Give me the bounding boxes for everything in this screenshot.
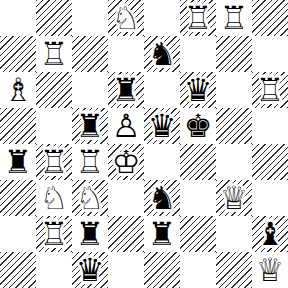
square-d5[interactable]: ♟♙ — [108, 108, 144, 144]
chess-board: ♞♘♜♖♜♖♜♖♞♞♝♗♜♜♛♛♜♖♜♜♟♙♛♛♚♚♜♜♜♖♜♖♚♔♞♘♞♘♞♞… — [0, 0, 288, 288]
piece-white-backing: ♚ — [180, 108, 216, 144]
piece-white-backing: ♜ — [36, 144, 72, 180]
piece-white-backing: ♝ — [252, 216, 288, 252]
piece-white-backing: ♜ — [252, 72, 288, 108]
square-a2[interactable] — [0, 216, 36, 252]
white-knight-icon: ♘ — [108, 0, 144, 36]
square-f2[interactable] — [180, 216, 216, 252]
piece-white-backing: ♚ — [108, 144, 144, 180]
piece-white-backing: ♛ — [72, 252, 108, 288]
square-f4[interactable] — [180, 144, 216, 180]
piece-white-backing: ♞ — [144, 36, 180, 72]
black-rook-icon: ♜ — [72, 216, 108, 252]
square-e4[interactable] — [144, 144, 180, 180]
black-knight-icon: ♞ — [144, 180, 180, 216]
square-c5[interactable]: ♜♜ — [72, 108, 108, 144]
square-d4[interactable]: ♚♔ — [108, 144, 144, 180]
piece-white-backing: ♜ — [72, 144, 108, 180]
white-rook-icon: ♖ — [36, 216, 72, 252]
white-queen-icon: ♕ — [252, 252, 288, 288]
piece-white-backing: ♜ — [36, 216, 72, 252]
square-e8[interactable] — [144, 0, 180, 36]
white-knight-icon: ♘ — [72, 180, 108, 216]
square-f8[interactable]: ♜♖ — [180, 0, 216, 36]
black-bishop-icon: ♝ — [252, 216, 288, 252]
piece-white-backing: ♞ — [108, 0, 144, 36]
square-c3[interactable]: ♞♘ — [72, 180, 108, 216]
square-b8[interactable] — [36, 0, 72, 36]
piece-white-backing: ♞ — [36, 180, 72, 216]
square-b7[interactable]: ♜♖ — [36, 36, 72, 72]
square-d7[interactable] — [108, 36, 144, 72]
piece-white-backing: ♛ — [180, 72, 216, 108]
black-knight-icon: ♞ — [144, 36, 180, 72]
black-rook-icon: ♜ — [108, 72, 144, 108]
piece-white-backing: ♜ — [108, 72, 144, 108]
square-g8[interactable]: ♜♖ — [216, 0, 252, 36]
piece-white-backing: ♜ — [216, 0, 252, 36]
square-h8[interactable] — [252, 0, 288, 36]
white-rook-icon: ♖ — [252, 72, 288, 108]
square-b3[interactable]: ♞♘ — [36, 180, 72, 216]
square-c2[interactable]: ♜♜ — [72, 216, 108, 252]
square-c1[interactable]: ♛♛ — [72, 252, 108, 288]
square-h7[interactable] — [252, 36, 288, 72]
square-b4[interactable]: ♜♖ — [36, 144, 72, 180]
square-d3[interactable] — [108, 180, 144, 216]
square-e2[interactable]: ♜♜ — [144, 216, 180, 252]
black-queen-icon: ♛ — [72, 252, 108, 288]
black-rook-icon: ♜ — [0, 144, 36, 180]
square-g1[interactable] — [216, 252, 252, 288]
piece-white-backing: ♛ — [252, 252, 288, 288]
black-king-icon: ♚ — [180, 108, 216, 144]
square-d8[interactable]: ♞♘ — [108, 0, 144, 36]
square-c8[interactable] — [72, 0, 108, 36]
square-d2[interactable] — [108, 216, 144, 252]
square-f5[interactable]: ♚♚ — [180, 108, 216, 144]
white-knight-icon: ♘ — [36, 180, 72, 216]
piece-white-backing: ♟ — [108, 108, 144, 144]
white-bishop-icon: ♗ — [0, 72, 36, 108]
square-a6[interactable]: ♝♗ — [0, 72, 36, 108]
square-g5[interactable] — [216, 108, 252, 144]
square-c7[interactable] — [72, 36, 108, 72]
square-h4[interactable] — [252, 144, 288, 180]
square-g6[interactable] — [216, 72, 252, 108]
square-e3[interactable]: ♞♞ — [144, 180, 180, 216]
square-c6[interactable] — [72, 72, 108, 108]
square-b2[interactable]: ♜♖ — [36, 216, 72, 252]
square-a3[interactable] — [0, 180, 36, 216]
white-pawn-icon: ♙ — [108, 108, 144, 144]
square-b6[interactable] — [36, 72, 72, 108]
black-rook-icon: ♜ — [72, 108, 108, 144]
piece-white-backing: ♞ — [144, 180, 180, 216]
square-e5[interactable]: ♛♛ — [144, 108, 180, 144]
square-h5[interactable] — [252, 108, 288, 144]
square-g7[interactable] — [216, 36, 252, 72]
white-rook-icon: ♖ — [72, 144, 108, 180]
black-rook-icon: ♜ — [144, 216, 180, 252]
square-h3[interactable] — [252, 180, 288, 216]
square-g3[interactable]: ♛♕ — [216, 180, 252, 216]
piece-white-backing: ♜ — [0, 144, 36, 180]
square-d1[interactable] — [108, 252, 144, 288]
square-e1[interactable] — [144, 252, 180, 288]
white-rook-icon: ♖ — [36, 36, 72, 72]
square-g2[interactable] — [216, 216, 252, 252]
square-a8[interactable] — [0, 0, 36, 36]
piece-white-backing: ♜ — [72, 216, 108, 252]
square-b1[interactable] — [36, 252, 72, 288]
piece-white-backing: ♛ — [216, 180, 252, 216]
square-d6[interactable]: ♜♜ — [108, 72, 144, 108]
white-queen-icon: ♕ — [216, 180, 252, 216]
piece-white-backing: ♜ — [144, 216, 180, 252]
square-f6[interactable]: ♛♛ — [180, 72, 216, 108]
piece-white-backing: ♝ — [0, 72, 36, 108]
black-queen-icon: ♛ — [180, 72, 216, 108]
square-f1[interactable] — [180, 252, 216, 288]
square-h1[interactable]: ♛♕ — [252, 252, 288, 288]
square-a4[interactable]: ♜♜ — [0, 144, 36, 180]
square-a5[interactable] — [0, 108, 36, 144]
square-h2[interactable]: ♝♝ — [252, 216, 288, 252]
square-g4[interactable] — [216, 144, 252, 180]
white-rook-icon: ♖ — [180, 0, 216, 36]
square-f3[interactable] — [180, 180, 216, 216]
black-queen-icon: ♛ — [144, 108, 180, 144]
piece-white-backing: ♜ — [180, 0, 216, 36]
white-rook-icon: ♖ — [216, 0, 252, 36]
square-h6[interactable]: ♜♖ — [252, 72, 288, 108]
white-king-icon: ♔ — [108, 144, 144, 180]
white-rook-icon: ♖ — [36, 144, 72, 180]
square-b5[interactable] — [36, 108, 72, 144]
piece-white-backing: ♞ — [72, 180, 108, 216]
piece-white-backing: ♜ — [36, 36, 72, 72]
chess-diagram: ♞♘♜♖♜♖♜♖♞♞♝♗♜♜♛♛♜♖♜♜♟♙♛♛♚♚♜♜♜♖♜♖♚♔♞♘♞♘♞♞… — [0, 0, 288, 288]
square-a1[interactable] — [0, 252, 36, 288]
square-e6[interactable] — [144, 72, 180, 108]
square-e7[interactable]: ♞♞ — [144, 36, 180, 72]
square-f7[interactable] — [180, 36, 216, 72]
square-a7[interactable] — [0, 36, 36, 72]
piece-white-backing: ♜ — [72, 108, 108, 144]
square-c4[interactable]: ♜♖ — [72, 144, 108, 180]
piece-white-backing: ♛ — [144, 108, 180, 144]
